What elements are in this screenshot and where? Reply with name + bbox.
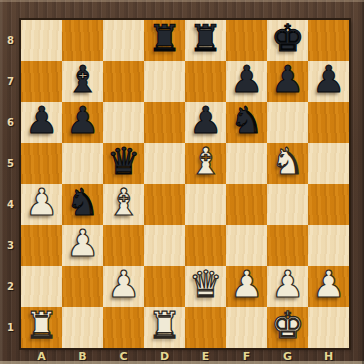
square-g6[interactable] bbox=[267, 102, 308, 143]
black-queen: ♛ bbox=[107, 143, 140, 180]
file-label-c: C bbox=[103, 348, 144, 364]
square-e8[interactable]: ♜ bbox=[185, 20, 226, 61]
square-d4[interactable] bbox=[144, 184, 185, 225]
square-b1[interactable] bbox=[62, 307, 103, 348]
square-h7[interactable]: ♟ bbox=[308, 61, 349, 102]
black-pawn: ♟ bbox=[271, 61, 304, 98]
square-e6[interactable]: ♟ bbox=[185, 102, 226, 143]
file-label-a: A bbox=[21, 348, 62, 364]
square-c1[interactable] bbox=[103, 307, 144, 348]
white-queen: ♛ bbox=[189, 266, 222, 303]
square-e3[interactable] bbox=[185, 225, 226, 266]
rank-label-5: 5 bbox=[0, 143, 21, 184]
square-h1[interactable] bbox=[308, 307, 349, 348]
square-b4[interactable]: ♞ bbox=[62, 184, 103, 225]
square-b2[interactable] bbox=[62, 266, 103, 307]
square-f8[interactable] bbox=[226, 20, 267, 61]
square-b6[interactable]: ♟ bbox=[62, 102, 103, 143]
square-g7[interactable]: ♟ bbox=[267, 61, 308, 102]
chess-board-frame: 8 7 6 5 4 3 2 1 ♜♜♚♝♟♟♟♟♟♟♞♛♝♞♟♞♝♟♟♛♟♟♟♜… bbox=[0, 0, 364, 364]
white-bishop: ♝ bbox=[189, 143, 222, 180]
square-a4[interactable]: ♟ bbox=[21, 184, 62, 225]
square-d1[interactable]: ♜ bbox=[144, 307, 185, 348]
file-label-e: E bbox=[185, 348, 226, 364]
square-a5[interactable] bbox=[21, 143, 62, 184]
black-king: ♚ bbox=[271, 20, 304, 57]
chess-board: ♜♜♚♝♟♟♟♟♟♟♞♛♝♞♟♞♝♟♟♛♟♟♟♜♜♚ bbox=[21, 20, 349, 348]
white-bishop: ♝ bbox=[107, 184, 140, 221]
square-d8[interactable]: ♜ bbox=[144, 20, 185, 61]
rank-label-1: 1 bbox=[0, 307, 21, 348]
square-h3[interactable] bbox=[308, 225, 349, 266]
white-rook: ♜ bbox=[148, 307, 181, 344]
square-f1[interactable] bbox=[226, 307, 267, 348]
square-f4[interactable] bbox=[226, 184, 267, 225]
square-g5[interactable]: ♞ bbox=[267, 143, 308, 184]
square-f3[interactable] bbox=[226, 225, 267, 266]
black-pawn: ♟ bbox=[230, 61, 263, 98]
square-h4[interactable] bbox=[308, 184, 349, 225]
square-e4[interactable] bbox=[185, 184, 226, 225]
square-g2[interactable]: ♟ bbox=[267, 266, 308, 307]
square-h5[interactable] bbox=[308, 143, 349, 184]
square-b5[interactable] bbox=[62, 143, 103, 184]
rank-label-8: 8 bbox=[0, 20, 21, 61]
square-d2[interactable] bbox=[144, 266, 185, 307]
rank-label-4: 4 bbox=[0, 184, 21, 225]
black-bishop: ♝ bbox=[66, 61, 99, 98]
black-knight: ♞ bbox=[66, 184, 99, 221]
square-a8[interactable] bbox=[21, 20, 62, 61]
square-h2[interactable]: ♟ bbox=[308, 266, 349, 307]
file-label-f: F bbox=[226, 348, 267, 364]
rank-label-2: 2 bbox=[0, 266, 21, 307]
black-pawn: ♟ bbox=[25, 102, 58, 139]
square-e1[interactable] bbox=[185, 307, 226, 348]
square-f5[interactable] bbox=[226, 143, 267, 184]
file-label-h: H bbox=[308, 348, 349, 364]
square-e7[interactable] bbox=[185, 61, 226, 102]
white-knight: ♞ bbox=[271, 143, 304, 180]
square-h8[interactable] bbox=[308, 20, 349, 61]
black-pawn: ♟ bbox=[189, 102, 222, 139]
file-label-d: D bbox=[144, 348, 185, 364]
white-pawn: ♟ bbox=[25, 184, 58, 221]
square-f2[interactable]: ♟ bbox=[226, 266, 267, 307]
square-h6[interactable] bbox=[308, 102, 349, 143]
file-label-b: B bbox=[62, 348, 103, 364]
square-d6[interactable] bbox=[144, 102, 185, 143]
white-pawn: ♟ bbox=[107, 266, 140, 303]
rank-label-6: 6 bbox=[0, 102, 21, 143]
file-labels: A B C D E F G H bbox=[21, 348, 349, 364]
rank-label-7: 7 bbox=[0, 61, 21, 102]
black-knight: ♞ bbox=[230, 102, 263, 139]
black-rook: ♜ bbox=[148, 20, 181, 57]
square-e2[interactable]: ♛ bbox=[185, 266, 226, 307]
black-pawn: ♟ bbox=[312, 61, 345, 98]
square-e5[interactable]: ♝ bbox=[185, 143, 226, 184]
square-d7[interactable] bbox=[144, 61, 185, 102]
square-c3[interactable] bbox=[103, 225, 144, 266]
square-d3[interactable] bbox=[144, 225, 185, 266]
white-pawn: ♟ bbox=[312, 266, 345, 303]
rank-label-3: 3 bbox=[0, 225, 21, 266]
square-c6[interactable] bbox=[103, 102, 144, 143]
black-pawn: ♟ bbox=[66, 102, 99, 139]
black-rook: ♜ bbox=[189, 20, 222, 57]
file-label-g: G bbox=[267, 348, 308, 364]
rank-labels: 8 7 6 5 4 3 2 1 bbox=[0, 20, 21, 348]
square-c4[interactable]: ♝ bbox=[103, 184, 144, 225]
square-a7[interactable] bbox=[21, 61, 62, 102]
square-a1[interactable]: ♜ bbox=[21, 307, 62, 348]
square-f7[interactable]: ♟ bbox=[226, 61, 267, 102]
square-a3[interactable] bbox=[21, 225, 62, 266]
white-pawn: ♟ bbox=[66, 225, 99, 262]
white-pawn: ♟ bbox=[230, 266, 263, 303]
square-g8[interactable]: ♚ bbox=[267, 20, 308, 61]
square-a2[interactable] bbox=[21, 266, 62, 307]
white-rook: ♜ bbox=[25, 307, 58, 344]
square-a6[interactable]: ♟ bbox=[21, 102, 62, 143]
square-f6[interactable]: ♞ bbox=[226, 102, 267, 143]
square-c5[interactable]: ♛ bbox=[103, 143, 144, 184]
square-d5[interactable] bbox=[144, 143, 185, 184]
square-c2[interactable]: ♟ bbox=[103, 266, 144, 307]
square-g1[interactable]: ♚ bbox=[267, 307, 308, 348]
square-g3[interactable] bbox=[267, 225, 308, 266]
square-b7[interactable]: ♝ bbox=[62, 61, 103, 102]
white-king: ♚ bbox=[271, 307, 304, 344]
square-g4[interactable] bbox=[267, 184, 308, 225]
square-b3[interactable]: ♟ bbox=[62, 225, 103, 266]
square-b8[interactable] bbox=[62, 20, 103, 61]
white-pawn: ♟ bbox=[271, 266, 304, 303]
square-c7[interactable] bbox=[103, 61, 144, 102]
square-c8[interactable] bbox=[103, 20, 144, 61]
